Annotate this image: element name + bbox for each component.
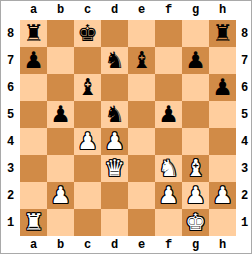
file-label-f: f: [155, 3, 182, 18]
square-d1[interactable]: [101, 209, 128, 236]
square-g4[interactable]: [182, 128, 209, 155]
square-b8[interactable]: [47, 20, 74, 47]
square-a1[interactable]: ♜: [20, 209, 47, 236]
file-label-g: g: [182, 3, 209, 18]
piece-black-pawn-g7[interactable]: ♟: [185, 47, 206, 74]
rank-label-7: 7: [3, 47, 18, 74]
rank-label-4: 4: [237, 128, 252, 155]
square-h2[interactable]: ♟: [209, 182, 236, 209]
square-g1[interactable]: ♚: [182, 209, 209, 236]
square-h4[interactable]: [209, 128, 236, 155]
file-label-d: d: [101, 3, 128, 18]
rank-label-3: 3: [237, 155, 252, 182]
square-e1[interactable]: [128, 209, 155, 236]
square-c3[interactable]: [74, 155, 101, 182]
square-c4[interactable]: ♟: [74, 128, 101, 155]
piece-black-pawn-a7[interactable]: ♟: [23, 47, 44, 74]
piece-white-queen-d3[interactable]: ♛: [104, 155, 125, 182]
square-f4[interactable]: [155, 128, 182, 155]
square-d7[interactable]: ♞: [101, 47, 128, 74]
file-label-b: b: [47, 238, 74, 253]
square-f3[interactable]: ♞: [155, 155, 182, 182]
square-e7[interactable]: ♝: [128, 47, 155, 74]
square-b4[interactable]: [47, 128, 74, 155]
file-label-f: f: [155, 238, 182, 253]
file-label-b: b: [47, 3, 74, 18]
square-g3[interactable]: ♝: [182, 155, 209, 182]
square-b3[interactable]: [47, 155, 74, 182]
square-h7[interactable]: [209, 47, 236, 74]
rank-label-8: 8: [237, 20, 252, 47]
square-d3[interactable]: ♛: [101, 155, 128, 182]
square-e3[interactable]: [128, 155, 155, 182]
file-label-c: c: [74, 3, 101, 18]
piece-white-rook-a1[interactable]: ♜: [23, 209, 44, 236]
square-f2[interactable]: ♟: [155, 182, 182, 209]
rank-label-1: 1: [3, 209, 18, 236]
rank-labels-right: 87654321: [237, 20, 252, 236]
piece-white-pawn-f2[interactable]: ♟: [158, 182, 179, 209]
rank-label-7: 7: [237, 47, 252, 74]
piece-white-pawn-c4[interactable]: ♟: [77, 128, 98, 155]
file-label-a: a: [20, 238, 47, 253]
square-a2[interactable]: [20, 182, 47, 209]
piece-white-bishop-g3[interactable]: ♝: [185, 155, 206, 182]
square-e8[interactable]: [128, 20, 155, 47]
piece-black-pawn-b5[interactable]: ♟: [50, 101, 71, 128]
file-label-h: h: [209, 238, 236, 253]
piece-white-pawn-h2[interactable]: ♟: [212, 182, 233, 209]
rank-labels-left: 87654321: [3, 20, 18, 236]
rank-label-5: 5: [3, 101, 18, 128]
piece-white-king-g1[interactable]: ♚: [185, 209, 206, 236]
square-f8[interactable]: [155, 20, 182, 47]
square-e4[interactable]: [128, 128, 155, 155]
square-e6[interactable]: [128, 74, 155, 101]
rank-label-6: 6: [237, 74, 252, 101]
square-g5[interactable]: [182, 101, 209, 128]
square-b2[interactable]: ♟: [47, 182, 74, 209]
file-labels-top: abcdefgh: [20, 3, 236, 18]
square-c8[interactable]: ♚: [74, 20, 101, 47]
square-a3[interactable]: [20, 155, 47, 182]
square-c5[interactable]: [74, 101, 101, 128]
rank-label-2: 2: [237, 182, 252, 209]
file-label-h: h: [209, 3, 236, 18]
square-d5[interactable]: ♞: [101, 101, 128, 128]
square-d6[interactable]: [101, 74, 128, 101]
square-f7[interactable]: [155, 47, 182, 74]
square-g7[interactable]: ♟: [182, 47, 209, 74]
file-label-a: a: [20, 3, 47, 18]
piece-black-king-c8[interactable]: ♚: [77, 20, 98, 47]
square-f6[interactable]: [155, 74, 182, 101]
square-h8[interactable]: ♜: [209, 20, 236, 47]
file-label-c: c: [74, 238, 101, 253]
chess-diagram: abcdefgh 87654321 ♜♚♜♟♞♝♟♝♟♟♞♟♟♟♛♞♝♟♟♟♟♜…: [0, 0, 252, 254]
square-c7[interactable]: [74, 47, 101, 74]
square-h3[interactable]: [209, 155, 236, 182]
chess-board: ♜♚♜♟♞♝♟♝♟♟♞♟♟♟♛♞♝♟♟♟♟♜♚: [20, 20, 236, 236]
piece-black-rook-h8[interactable]: ♜: [212, 20, 233, 47]
square-f5[interactable]: ♟: [155, 101, 182, 128]
square-g8[interactable]: [182, 20, 209, 47]
square-h5[interactable]: [209, 101, 236, 128]
square-a7[interactable]: ♟: [20, 47, 47, 74]
square-a6[interactable]: [20, 74, 47, 101]
rank-label-1: 1: [237, 209, 252, 236]
piece-black-bishop-c6[interactable]: ♝: [77, 74, 98, 101]
square-b6[interactable]: [47, 74, 74, 101]
piece-black-pawn-h6[interactable]: ♟: [212, 74, 233, 101]
piece-white-pawn-d4[interactable]: ♟: [104, 128, 125, 155]
square-g6[interactable]: [182, 74, 209, 101]
square-a4[interactable]: [20, 128, 47, 155]
square-d8[interactable]: [101, 20, 128, 47]
square-c1[interactable]: [74, 209, 101, 236]
piece-black-knight-d5[interactable]: ♞: [104, 101, 125, 128]
piece-white-pawn-b2[interactable]: ♟: [50, 182, 71, 209]
square-d4[interactable]: ♟: [101, 128, 128, 155]
file-label-g: g: [182, 238, 209, 253]
square-a5[interactable]: [20, 101, 47, 128]
square-b7[interactable]: [47, 47, 74, 74]
piece-white-pawn-g2[interactable]: ♟: [185, 182, 206, 209]
file-label-e: e: [128, 238, 155, 253]
square-c2[interactable]: [74, 182, 101, 209]
piece-white-knight-f3[interactable]: ♞: [158, 155, 179, 182]
piece-black-bishop-e7[interactable]: ♝: [131, 47, 152, 74]
rank-label-3: 3: [3, 155, 18, 182]
file-label-e: e: [128, 3, 155, 18]
rank-label-5: 5: [237, 101, 252, 128]
rank-label-4: 4: [3, 128, 18, 155]
square-c6[interactable]: ♝: [74, 74, 101, 101]
square-b1[interactable]: [47, 209, 74, 236]
file-label-d: d: [101, 238, 128, 253]
file-labels-bottom: abcdefgh: [20, 238, 236, 253]
square-h1[interactable]: [209, 209, 236, 236]
rank-label-8: 8: [3, 20, 18, 47]
rank-label-6: 6: [3, 74, 18, 101]
square-h6[interactable]: ♟: [209, 74, 236, 101]
square-f1[interactable]: [155, 209, 182, 236]
piece-black-knight-d7[interactable]: ♞: [104, 47, 125, 74]
piece-black-pawn-f5[interactable]: ♟: [158, 101, 179, 128]
square-g2[interactable]: ♟: [182, 182, 209, 209]
square-b5[interactable]: ♟: [47, 101, 74, 128]
square-e2[interactable]: [128, 182, 155, 209]
piece-black-rook-a8[interactable]: ♜: [23, 20, 44, 47]
square-e5[interactable]: [128, 101, 155, 128]
square-d2[interactable]: [101, 182, 128, 209]
rank-label-2: 2: [3, 182, 18, 209]
square-a8[interactable]: ♜: [20, 20, 47, 47]
